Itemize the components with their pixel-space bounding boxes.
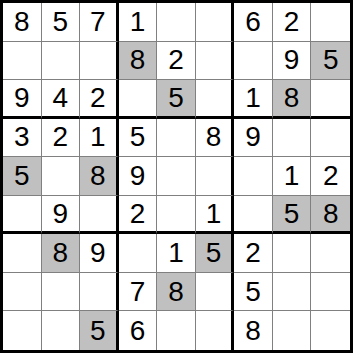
cell-r1c7[interactable]: 6 bbox=[234, 3, 273, 42]
cell-r5c1[interactable]: 5 bbox=[3, 157, 42, 196]
cell-r4c4[interactable]: 5 bbox=[119, 119, 158, 158]
cell-r3c5[interactable]: 5 bbox=[157, 80, 196, 119]
cell-r4c7[interactable]: 9 bbox=[234, 119, 273, 158]
cell-r2c4[interactable]: 8 bbox=[119, 42, 158, 81]
cell-r6c6[interactable]: 1 bbox=[196, 196, 235, 235]
cell-r5c8[interactable]: 1 bbox=[273, 157, 312, 196]
cell-r2c9[interactable]: 5 bbox=[311, 42, 350, 81]
cell-r4c5[interactable] bbox=[157, 119, 196, 158]
cell-r9c6[interactable] bbox=[196, 311, 235, 350]
cell-r7c2[interactable]: 8 bbox=[42, 234, 81, 273]
cell-r2c5[interactable]: 2 bbox=[157, 42, 196, 81]
cell-r6c5[interactable] bbox=[157, 196, 196, 235]
cell-r6c4[interactable]: 2 bbox=[119, 196, 158, 235]
cell-r3c8[interactable]: 8 bbox=[273, 80, 312, 119]
cell-r5c6[interactable] bbox=[196, 157, 235, 196]
cell-r8c2[interactable] bbox=[42, 273, 81, 312]
cell-r3c6[interactable] bbox=[196, 80, 235, 119]
cell-r1c8[interactable]: 2 bbox=[273, 3, 312, 42]
cell-r4c2[interactable]: 2 bbox=[42, 119, 81, 158]
cell-r9c8[interactable] bbox=[273, 311, 312, 350]
cell-r1c5[interactable] bbox=[157, 3, 196, 42]
cell-r1c9[interactable] bbox=[311, 3, 350, 42]
cell-r7c1[interactable] bbox=[3, 234, 42, 273]
cell-r9c5[interactable] bbox=[157, 311, 196, 350]
cell-r8c5[interactable]: 8 bbox=[157, 273, 196, 312]
cell-r8c1[interactable] bbox=[3, 273, 42, 312]
cell-r8c7[interactable]: 5 bbox=[234, 273, 273, 312]
cell-r7c9[interactable] bbox=[311, 234, 350, 273]
cell-r2c8[interactable]: 9 bbox=[273, 42, 312, 81]
cell-r9c3[interactable]: 5 bbox=[80, 311, 119, 350]
cell-r1c2[interactable]: 5 bbox=[42, 3, 81, 42]
cell-r8c4[interactable]: 7 bbox=[119, 273, 158, 312]
cell-r2c1[interactable] bbox=[3, 42, 42, 81]
cell-r9c1[interactable] bbox=[3, 311, 42, 350]
cell-r5c2[interactable] bbox=[42, 157, 81, 196]
cell-r8c8[interactable] bbox=[273, 273, 312, 312]
cell-r5c3[interactable]: 8 bbox=[80, 157, 119, 196]
cell-r6c8[interactable]: 5 bbox=[273, 196, 312, 235]
cell-r6c7[interactable] bbox=[234, 196, 273, 235]
cell-r4c1[interactable]: 3 bbox=[3, 119, 42, 158]
cell-r1c3[interactable]: 7 bbox=[80, 3, 119, 42]
cell-r6c3[interactable] bbox=[80, 196, 119, 235]
cell-r2c6[interactable] bbox=[196, 42, 235, 81]
cell-r2c2[interactable] bbox=[42, 42, 81, 81]
cell-r8c9[interactable] bbox=[311, 273, 350, 312]
cell-r7c8[interactable] bbox=[273, 234, 312, 273]
sudoku-board: 8571628295942518321589589129215889152785… bbox=[0, 0, 353, 353]
cell-r4c8[interactable] bbox=[273, 119, 312, 158]
cell-r3c2[interactable]: 4 bbox=[42, 80, 81, 119]
cell-r7c5[interactable]: 1 bbox=[157, 234, 196, 273]
cell-r4c9[interactable] bbox=[311, 119, 350, 158]
cell-r5c7[interactable] bbox=[234, 157, 273, 196]
cell-r1c6[interactable] bbox=[196, 3, 235, 42]
cell-r7c4[interactable] bbox=[119, 234, 158, 273]
cell-r7c3[interactable]: 9 bbox=[80, 234, 119, 273]
cell-r8c6[interactable] bbox=[196, 273, 235, 312]
cell-r1c1[interactable]: 8 bbox=[3, 3, 42, 42]
cell-r9c7[interactable]: 8 bbox=[234, 311, 273, 350]
cell-r6c2[interactable]: 9 bbox=[42, 196, 81, 235]
cell-r3c9[interactable] bbox=[311, 80, 350, 119]
cell-r7c7[interactable]: 2 bbox=[234, 234, 273, 273]
cell-r3c4[interactable] bbox=[119, 80, 158, 119]
cell-r9c2[interactable] bbox=[42, 311, 81, 350]
cell-r4c6[interactable]: 8 bbox=[196, 119, 235, 158]
cell-r6c1[interactable] bbox=[3, 196, 42, 235]
cell-r2c3[interactable] bbox=[80, 42, 119, 81]
cell-r3c1[interactable]: 9 bbox=[3, 80, 42, 119]
cell-r5c9[interactable]: 2 bbox=[311, 157, 350, 196]
cell-r4c3[interactable]: 1 bbox=[80, 119, 119, 158]
cell-r6c9[interactable]: 8 bbox=[311, 196, 350, 235]
cell-r3c3[interactable]: 2 bbox=[80, 80, 119, 119]
cell-r3c7[interactable]: 1 bbox=[234, 80, 273, 119]
cell-r9c9[interactable] bbox=[311, 311, 350, 350]
cell-r7c6[interactable]: 5 bbox=[196, 234, 235, 273]
cell-r9c4[interactable]: 6 bbox=[119, 311, 158, 350]
cell-r1c4[interactable]: 1 bbox=[119, 3, 158, 42]
cell-r5c4[interactable]: 9 bbox=[119, 157, 158, 196]
cell-r2c7[interactable] bbox=[234, 42, 273, 81]
cell-r5c5[interactable] bbox=[157, 157, 196, 196]
cell-r8c3[interactable] bbox=[80, 273, 119, 312]
